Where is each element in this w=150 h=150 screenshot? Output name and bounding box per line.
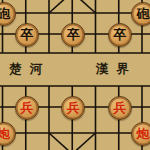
piece-glyph: 砲 <box>0 3 10 25</box>
piece-glyph: 兵 <box>113 97 126 119</box>
piece-glyph: 兵 <box>67 97 80 119</box>
piece-red-soldier-file7[interactable]: 兵 <box>108 96 132 120</box>
river-label-han-jie: 漢界 <box>96 62 137 76</box>
piece-glyph: 兵 <box>20 97 33 119</box>
piece-red-soldier-file3[interactable]: 兵 <box>15 96 39 120</box>
piece-glyph: 砲 <box>137 3 150 25</box>
river-label-chu-he: 楚河 <box>9 62 50 76</box>
piece-glyph: 卒 <box>113 24 126 46</box>
piece-black-soldier-file7[interactable]: 卒 <box>108 23 132 47</box>
piece-glyph: 卒 <box>67 24 80 46</box>
xiangqi-board: 楚河 漢界 砲砲卒卒卒兵兵兵炮炮 <box>0 0 150 150</box>
piece-black-soldier-file3[interactable]: 卒 <box>15 23 39 47</box>
piece-red-cannon-file8[interactable]: 炮 <box>131 122 150 146</box>
piece-glyph: 炮 <box>0 123 10 145</box>
piece-glyph: 卒 <box>20 24 33 46</box>
piece-black-cannon-file8[interactable]: 砲 <box>131 2 150 26</box>
piece-glyph: 炮 <box>137 123 150 145</box>
